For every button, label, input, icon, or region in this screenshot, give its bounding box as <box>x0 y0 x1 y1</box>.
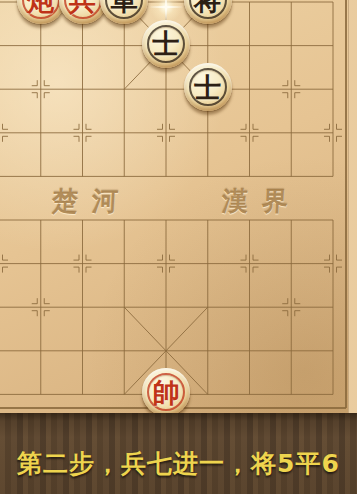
piece-black-general[interactable]: 将 <box>184 0 232 24</box>
river-label-chuhe: 楚河 <box>51 184 133 218</box>
piece-black-advisor[interactable]: 士 <box>184 63 232 111</box>
xiangqi-board[interactable]: 楚河 漢界 炮兵車将士士帥 <box>0 0 357 413</box>
piece-glyph: 帥 <box>142 368 190 413</box>
move-hint-bar: 第二步，兵七进一，将5平6 <box>0 413 357 494</box>
river-label-hanjie: 漢界 <box>221 184 303 218</box>
xiangqi-game-screen: 楚河 漢界 炮兵車将士士帥 第二步，兵七进一，将5平6 <box>0 0 357 494</box>
piece-black-advisor[interactable]: 士 <box>142 20 190 68</box>
piece-glyph: 士 <box>184 63 232 111</box>
piece-red-general[interactable]: 帥 <box>142 368 190 413</box>
board-right-margin <box>348 0 357 413</box>
move-hint-text: 第二步，兵七进一，将5平6 <box>0 447 357 480</box>
piece-glyph: 将 <box>184 0 232 24</box>
piece-glyph: 士 <box>142 20 190 68</box>
